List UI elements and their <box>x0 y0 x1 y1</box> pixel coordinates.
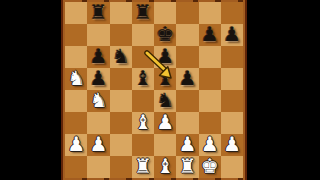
square-a1[interactable] <box>65 156 87 178</box>
square-d5[interactable]: ♝ <box>132 68 154 90</box>
piece-black-pawn[interactable]: ♟ <box>89 68 107 88</box>
square-e1[interactable]: ♝ <box>154 156 176 178</box>
video-frame: ♜♜♚♟♟♟♞♟♞♟♝♝♟♞♞♝♟♟♟♟♟♟♜♝♜♚ <box>0 0 320 180</box>
square-f7[interactable] <box>176 24 198 46</box>
square-a8[interactable] <box>65 2 87 24</box>
square-b8[interactable]: ♜ <box>87 2 109 24</box>
piece-black-knight[interactable]: ♞ <box>112 46 130 66</box>
square-b3[interactable] <box>87 112 109 134</box>
square-b4[interactable]: ♞ <box>87 90 109 112</box>
square-f3[interactable] <box>176 112 198 134</box>
square-d8[interactable]: ♜ <box>132 2 154 24</box>
square-c5[interactable] <box>110 68 132 90</box>
square-e4[interactable]: ♞ <box>154 90 176 112</box>
square-h3[interactable] <box>221 112 243 134</box>
square-c6[interactable]: ♞ <box>110 46 132 68</box>
piece-black-knight[interactable]: ♞ <box>156 90 174 110</box>
square-b1[interactable] <box>87 156 109 178</box>
piece-white-rook[interactable]: ♜ <box>178 156 196 176</box>
square-b7[interactable] <box>87 24 109 46</box>
piece-black-pawn[interactable]: ♟ <box>223 24 241 44</box>
square-c3[interactable] <box>110 112 132 134</box>
square-b5[interactable]: ♟ <box>87 68 109 90</box>
square-h5[interactable] <box>221 68 243 90</box>
square-h2[interactable]: ♟ <box>221 134 243 156</box>
piece-black-king[interactable]: ♚ <box>156 24 174 44</box>
square-g5[interactable] <box>199 68 221 90</box>
square-a7[interactable] <box>65 24 87 46</box>
square-e7[interactable]: ♚ <box>154 24 176 46</box>
square-f6[interactable] <box>176 46 198 68</box>
piece-black-rook[interactable]: ♜ <box>134 2 152 22</box>
piece-white-pawn[interactable]: ♟ <box>201 134 219 154</box>
piece-black-pawn[interactable]: ♟ <box>89 46 107 66</box>
piece-white-pawn[interactable]: ♟ <box>178 134 196 154</box>
square-a2[interactable]: ♟ <box>65 134 87 156</box>
square-c1[interactable] <box>110 156 132 178</box>
square-h8[interactable] <box>221 2 243 24</box>
piece-black-pawn[interactable]: ♟ <box>156 46 174 66</box>
piece-white-pawn[interactable]: ♟ <box>223 134 241 154</box>
square-f2[interactable]: ♟ <box>176 134 198 156</box>
square-g4[interactable] <box>199 90 221 112</box>
square-b6[interactable]: ♟ <box>87 46 109 68</box>
square-e5[interactable]: ♝ <box>154 68 176 90</box>
frame-edge-right <box>245 0 247 180</box>
piece-black-bishop[interactable]: ♝ <box>134 68 152 88</box>
square-a3[interactable] <box>65 112 87 134</box>
square-e6[interactable]: ♟ <box>154 46 176 68</box>
square-d4[interactable] <box>132 90 154 112</box>
chess-board: ♜♜♚♟♟♟♞♟♞♟♝♝♟♞♞♝♟♟♟♟♟♟♜♝♜♚ <box>65 2 243 178</box>
square-h7[interactable]: ♟ <box>221 24 243 46</box>
square-d3[interactable]: ♝ <box>132 112 154 134</box>
square-f5[interactable]: ♟ <box>176 68 198 90</box>
piece-white-rook[interactable]: ♜ <box>134 156 152 176</box>
square-e3[interactable]: ♟ <box>154 112 176 134</box>
piece-white-bishop[interactable]: ♝ <box>156 156 174 176</box>
square-b2[interactable]: ♟ <box>87 134 109 156</box>
piece-black-pawn[interactable]: ♟ <box>178 68 196 88</box>
square-d2[interactable] <box>132 134 154 156</box>
square-a5[interactable]: ♞ <box>65 68 87 90</box>
square-h4[interactable] <box>221 90 243 112</box>
square-a4[interactable] <box>65 90 87 112</box>
piece-black-pawn[interactable]: ♟ <box>201 24 219 44</box>
square-c8[interactable] <box>110 2 132 24</box>
frame-edge-left <box>61 0 63 180</box>
square-g8[interactable] <box>199 2 221 24</box>
piece-white-knight[interactable]: ♞ <box>89 90 107 110</box>
square-c4[interactable] <box>110 90 132 112</box>
piece-white-pawn[interactable]: ♟ <box>156 112 174 132</box>
piece-black-rook[interactable]: ♜ <box>89 2 107 22</box>
letterbox-left <box>0 0 61 180</box>
square-g1[interactable]: ♚ <box>199 156 221 178</box>
square-h6[interactable] <box>221 46 243 68</box>
square-a6[interactable] <box>65 46 87 68</box>
square-c7[interactable] <box>110 24 132 46</box>
square-e2[interactable] <box>154 134 176 156</box>
square-c2[interactable] <box>110 134 132 156</box>
square-g7[interactable]: ♟ <box>199 24 221 46</box>
piece-white-pawn[interactable]: ♟ <box>67 134 85 154</box>
frame-ticks-bottom <box>65 178 243 180</box>
square-d7[interactable] <box>132 24 154 46</box>
square-e8[interactable] <box>154 2 176 24</box>
piece-black-bishop[interactable]: ♝ <box>156 68 174 88</box>
square-f1[interactable]: ♜ <box>176 156 198 178</box>
piece-white-bishop[interactable]: ♝ <box>134 112 152 132</box>
piece-white-pawn[interactable]: ♟ <box>89 134 107 154</box>
square-g3[interactable] <box>199 112 221 134</box>
piece-white-knight[interactable]: ♞ <box>67 68 85 88</box>
square-h1[interactable] <box>221 156 243 178</box>
piece-white-king[interactable]: ♚ <box>201 156 219 176</box>
square-g2[interactable]: ♟ <box>199 134 221 156</box>
square-d1[interactable]: ♜ <box>132 156 154 178</box>
square-f4[interactable] <box>176 90 198 112</box>
square-g6[interactable] <box>199 46 221 68</box>
square-d6[interactable] <box>132 46 154 68</box>
square-f8[interactable] <box>176 2 198 24</box>
letterbox-right <box>247 0 320 180</box>
chess-board-frame: ♜♜♚♟♟♟♞♟♞♟♝♝♟♞♞♝♟♟♟♟♟♟♜♝♜♚ <box>61 0 247 180</box>
